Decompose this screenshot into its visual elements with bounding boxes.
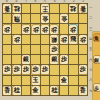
square-2b[interactable]	[69, 14, 77, 23]
piece-gote-pawn: 歩	[22, 25, 30, 34]
piece-gote-gold: 金	[60, 14, 68, 23]
square-4h[interactable]	[50, 76, 58, 85]
square-9d[interactable]	[3, 35, 11, 44]
piece-sente-knight: 桂	[50, 86, 58, 95]
square-6b[interactable]	[31, 14, 39, 23]
piece-gote-pawn: 歩	[79, 35, 87, 44]
square-1f[interactable]	[79, 55, 87, 64]
piece-gote-pawn: 歩	[50, 25, 58, 34]
piece-sente-pawn: 歩	[22, 65, 30, 74]
square-1a[interactable]: 香	[79, 4, 87, 13]
square-9f[interactable]	[3, 55, 11, 64]
shogi-app-window: 987654321 一二三四五六七八九 香桂王桂香飛金金歩歩歩歩歩歩歩銀歩飛歩歩…	[0, 0, 100, 100]
shogi-board: 香桂王桂香飛金金歩歩歩歩歩歩歩銀歩飛歩歩銀銀歩歩歩歩歩歩歩玉金香桂金桂香	[2, 3, 88, 96]
piece-gote-pawn: 歩	[13, 35, 21, 44]
piece-sente-gold: 金	[32, 86, 40, 95]
square-2d[interactable]: 飛	[69, 35, 77, 44]
square-7e[interactable]	[22, 45, 30, 54]
square-7a[interactable]	[22, 4, 30, 13]
square-3c[interactable]	[60, 24, 68, 33]
square-8c[interactable]	[12, 24, 20, 33]
piece-sente-king: 玉	[32, 76, 40, 85]
piece-sente-pawn: 歩	[41, 65, 49, 74]
square-4g[interactable]	[50, 65, 58, 74]
piece-gote-pawn: 歩	[60, 35, 68, 44]
square-9g[interactable]: 歩	[3, 65, 11, 74]
square-2e[interactable]	[69, 45, 77, 54]
square-5a[interactable]: 王	[41, 4, 49, 13]
piece-gote-knight: 桂	[69, 4, 77, 13]
square-6e[interactable]	[31, 45, 39, 54]
piece-sente-pawn: 歩	[32, 65, 40, 74]
rank-label-1: 一	[89, 3, 94, 13]
square-9e[interactable]	[3, 45, 11, 54]
square-1c[interactable]	[79, 24, 87, 33]
square-5e[interactable]	[41, 45, 49, 54]
square-7f[interactable]: 銀	[22, 55, 30, 64]
piece-gote-pawn: 歩	[32, 25, 40, 34]
square-5g[interactable]: 歩	[41, 65, 49, 74]
square-1e[interactable]	[79, 45, 87, 54]
square-2h[interactable]	[69, 76, 77, 85]
piece-sente-silver: 銀	[50, 55, 58, 64]
square-8i[interactable]: 桂	[12, 86, 20, 95]
square-5b[interactable]: 金	[41, 14, 49, 23]
square-1b[interactable]	[79, 14, 87, 23]
square-3b[interactable]: 金	[60, 14, 68, 23]
square-7c[interactable]: 歩	[22, 24, 30, 33]
sente-hand-tray: 角銀歩	[93, 32, 100, 100]
square-8f[interactable]	[12, 55, 20, 64]
square-7g[interactable]: 歩	[22, 65, 30, 74]
square-9c[interactable]: 歩	[3, 24, 11, 33]
square-8g[interactable]: 歩	[12, 65, 20, 74]
piece-gote-lance: 香	[79, 4, 87, 13]
square-7b[interactable]	[22, 14, 30, 23]
square-8e[interactable]	[12, 45, 20, 54]
square-2f[interactable]	[69, 55, 77, 64]
square-3i[interactable]	[60, 86, 68, 95]
piece-gote-pawn: 歩	[69, 25, 77, 34]
square-4c[interactable]: 歩	[50, 24, 58, 33]
square-3f[interactable]: 歩	[60, 55, 68, 64]
square-8a[interactable]: 桂	[12, 4, 20, 13]
square-1g[interactable]: 歩	[79, 65, 87, 74]
square-6g[interactable]: 歩	[31, 65, 39, 74]
square-6c[interactable]: 歩	[31, 24, 39, 33]
square-2i[interactable]	[69, 86, 77, 95]
square-1i[interactable]: 香	[79, 86, 87, 95]
square-2a[interactable]: 桂	[69, 4, 77, 13]
square-3h[interactable]: 金	[60, 76, 68, 85]
piece-sente-lance: 香	[79, 86, 87, 95]
square-1h[interactable]	[79, 76, 87, 85]
piece-sente-rook: 飛	[69, 35, 77, 44]
square-7h[interactable]	[22, 76, 30, 85]
piece-gote-knight: 桂	[13, 4, 21, 13]
piece-gote-pawn: 歩	[41, 25, 49, 34]
square-6h[interactable]: 玉	[31, 76, 39, 85]
rank-label-2: 二	[89, 13, 94, 23]
square-1d[interactable]: 歩	[79, 35, 87, 44]
square-8d[interactable]: 歩	[12, 35, 20, 44]
square-2c[interactable]: 歩	[69, 24, 77, 33]
square-9i[interactable]: 香	[3, 86, 11, 95]
square-5d[interactable]	[41, 35, 49, 44]
square-5c[interactable]: 歩	[41, 24, 49, 33]
piece-gote-lance: 香	[3, 4, 11, 13]
piece-sente-knight: 桂	[13, 86, 21, 95]
piece-sente-pawn: 歩	[3, 65, 11, 74]
square-3e[interactable]	[60, 45, 68, 54]
square-6d[interactable]	[31, 35, 39, 44]
piece-gote-rook: 飛	[13, 14, 21, 23]
square-8b[interactable]: 飛	[12, 14, 20, 23]
square-4f[interactable]: 銀	[50, 55, 58, 64]
piece-gote-gold: 金	[41, 14, 49, 23]
square-3g[interactable]	[60, 65, 68, 74]
square-4i[interactable]: 桂	[50, 86, 58, 95]
square-4b[interactable]	[50, 14, 58, 23]
square-9a[interactable]: 香	[3, 4, 11, 13]
square-2g[interactable]	[69, 65, 77, 74]
square-4d[interactable]: 銀	[50, 35, 58, 44]
square-3a[interactable]	[60, 4, 68, 13]
piece-sente-lance: 香	[3, 86, 11, 95]
square-4a[interactable]	[50, 4, 58, 13]
square-7d[interactable]	[22, 35, 30, 44]
square-9b[interactable]	[3, 14, 11, 23]
square-5f[interactable]	[41, 55, 49, 64]
piece-sente-pawn: 歩	[13, 65, 21, 74]
piece-gote-king: 王	[41, 4, 49, 13]
square-8h[interactable]	[12, 76, 20, 85]
square-7i[interactable]	[22, 86, 30, 95]
square-5h[interactable]	[41, 76, 49, 85]
piece-sente-pawn: 歩	[60, 55, 68, 64]
square-3d[interactable]: 歩	[60, 35, 68, 44]
piece-gote-pawn: 歩	[3, 25, 11, 34]
square-9h[interactable]	[3, 76, 11, 85]
hand-piece-silver[interactable]: 銀	[94, 56, 100, 63]
square-6i[interactable]: 金	[31, 86, 39, 95]
piece-sente-gold: 金	[60, 76, 68, 85]
hand-piece-bishop[interactable]: 角	[94, 34, 100, 41]
piece-gote-silver: 銀	[50, 35, 58, 44]
piece-sente-silver: 銀	[22, 55, 30, 64]
square-6f[interactable]	[31, 55, 39, 64]
piece-sente-pawn: 歩	[50, 45, 58, 54]
square-6a[interactable]	[31, 4, 39, 13]
square-5i[interactable]	[41, 86, 49, 95]
piece-sente-pawn: 歩	[79, 65, 87, 74]
hand-piece-pawn[interactable]: 歩	[94, 84, 100, 91]
square-4e[interactable]: 歩	[50, 45, 58, 54]
